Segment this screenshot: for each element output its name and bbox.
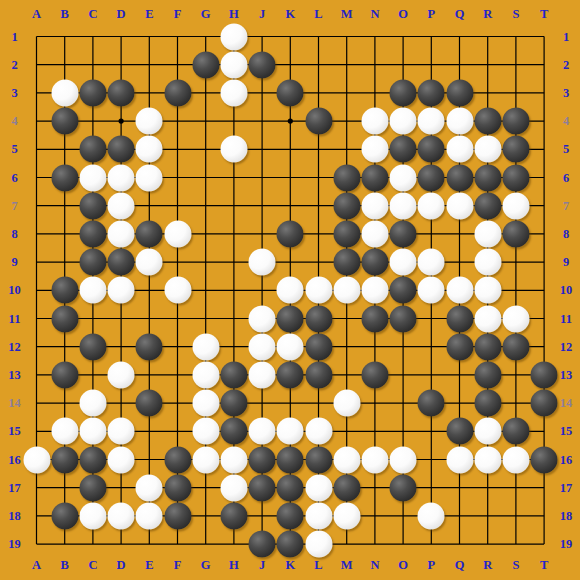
coordinate-label: 6 — [11, 171, 17, 184]
stone-black — [502, 108, 529, 135]
coordinate-label: J — [259, 8, 265, 21]
coordinate-label: O — [398, 8, 408, 21]
stone-white — [108, 361, 135, 388]
stone-black — [474, 333, 501, 360]
stone-white — [249, 361, 276, 388]
stone-black — [305, 361, 332, 388]
stone-white — [51, 418, 78, 445]
stone-black — [361, 361, 388, 388]
coordinate-label: S — [512, 8, 519, 21]
stone-white — [361, 220, 388, 247]
stone-black — [502, 136, 529, 163]
coordinate-label: 13 — [8, 369, 21, 382]
stone-black — [79, 474, 106, 501]
coordinate-label: 17 — [8, 481, 21, 494]
stone-black — [446, 418, 473, 445]
stone-black — [418, 390, 445, 417]
coordinate-label: 12 — [560, 340, 573, 353]
stone-white — [502, 305, 529, 332]
coordinate-label: 1 — [563, 30, 569, 43]
stone-white — [108, 277, 135, 304]
stone-black — [390, 220, 417, 247]
coordinate-label: F — [174, 8, 182, 21]
stone-black — [164, 446, 191, 473]
stone-black — [108, 249, 135, 276]
stone-white — [249, 249, 276, 276]
stone-black — [531, 446, 558, 473]
coordinate-label: M — [341, 559, 353, 572]
stone-white — [446, 192, 473, 219]
stone-black — [79, 333, 106, 360]
stone-white — [361, 446, 388, 473]
stone-white — [305, 418, 332, 445]
stone-black — [164, 502, 191, 529]
stone-black — [390, 136, 417, 163]
coordinate-label: 16 — [560, 453, 573, 466]
stone-white — [220, 446, 247, 473]
coordinate-label: 4 — [11, 115, 17, 128]
stone-black — [502, 220, 529, 247]
stone-black — [277, 502, 304, 529]
stone-white — [249, 305, 276, 332]
stone-white — [192, 333, 219, 360]
coordinate-label: 5 — [11, 143, 17, 156]
stone-white — [502, 446, 529, 473]
stone-white — [249, 418, 276, 445]
stone-black — [446, 79, 473, 106]
stone-white — [502, 192, 529, 219]
stone-white — [79, 502, 106, 529]
coordinate-label: F — [174, 559, 182, 572]
stone-white — [220, 474, 247, 501]
coordinate-label: 12 — [8, 340, 21, 353]
coordinate-label: 10 — [8, 284, 21, 297]
stone-black — [305, 333, 332, 360]
coordinate-label: H — [229, 8, 239, 21]
stone-white — [333, 502, 360, 529]
stone-white — [136, 108, 163, 135]
stone-black — [220, 502, 247, 529]
stone-black — [474, 361, 501, 388]
coordinate-label: Q — [455, 559, 465, 572]
coordinate-label: 17 — [560, 481, 573, 494]
stone-black — [79, 220, 106, 247]
stone-black — [446, 164, 473, 191]
coordinate-label: 18 — [8, 510, 21, 523]
coordinate-label: O — [398, 559, 408, 572]
coordinate-label: 13 — [560, 369, 573, 382]
stone-black — [249, 531, 276, 558]
coordinate-label: 9 — [11, 256, 17, 269]
stone-black — [390, 474, 417, 501]
coordinate-label: 10 — [560, 284, 573, 297]
coordinate-label: 11 — [9, 312, 21, 325]
stone-black — [361, 305, 388, 332]
coordinate-label: G — [201, 559, 211, 572]
coordinate-label: D — [117, 8, 126, 21]
stone-black — [79, 446, 106, 473]
stone-black — [277, 446, 304, 473]
stone-white — [108, 446, 135, 473]
coordinate-label: 19 — [560, 538, 573, 551]
stone-black — [249, 51, 276, 78]
stone-black — [474, 108, 501, 135]
stone-white — [418, 192, 445, 219]
coordinate-label: 14 — [8, 397, 21, 410]
stone-white — [474, 277, 501, 304]
stone-white — [136, 474, 163, 501]
coordinate-label: T — [540, 8, 548, 21]
stone-white — [390, 249, 417, 276]
coordinate-label: T — [540, 559, 548, 572]
coordinate-label: A — [32, 8, 41, 21]
stone-black — [502, 164, 529, 191]
stone-white — [79, 418, 106, 445]
coordinate-label: 7 — [563, 199, 569, 212]
stone-white — [390, 108, 417, 135]
stone-white — [249, 333, 276, 360]
stone-white — [192, 361, 219, 388]
coordinate-label: 9 — [563, 256, 569, 269]
coordinate-label: 6 — [563, 171, 569, 184]
stone-white — [390, 446, 417, 473]
stone-white — [164, 220, 191, 247]
stone-black — [390, 79, 417, 106]
stone-white — [418, 277, 445, 304]
stone-black — [277, 361, 304, 388]
stone-white — [305, 474, 332, 501]
stone-black — [333, 249, 360, 276]
stone-black — [51, 164, 78, 191]
stone-black — [249, 446, 276, 473]
stone-white — [361, 277, 388, 304]
coordinate-label: K — [285, 8, 295, 21]
coordinate-label: 16 — [8, 453, 21, 466]
stone-white — [79, 390, 106, 417]
stone-black — [220, 418, 247, 445]
stone-white — [277, 277, 304, 304]
stone-white — [192, 418, 219, 445]
stone-black — [51, 446, 78, 473]
stone-black — [51, 277, 78, 304]
stone-white — [220, 79, 247, 106]
stone-white — [474, 136, 501, 163]
stone-black — [502, 418, 529, 445]
stone-white — [446, 446, 473, 473]
stone-white — [390, 192, 417, 219]
stone-black — [136, 220, 163, 247]
stone-black — [305, 108, 332, 135]
stone-white — [192, 446, 219, 473]
coordinate-label: R — [483, 8, 492, 21]
stone-white — [108, 164, 135, 191]
stone-black — [79, 192, 106, 219]
coordinate-label: B — [61, 559, 69, 572]
coordinate-label: G — [201, 8, 211, 21]
coordinate-label: R — [483, 559, 492, 572]
stone-black — [333, 474, 360, 501]
stone-black — [220, 361, 247, 388]
stone-black — [51, 108, 78, 135]
coordinate-label: L — [314, 559, 322, 572]
stone-black — [474, 192, 501, 219]
stone-black — [333, 164, 360, 191]
coordinate-label: 11 — [560, 312, 572, 325]
stone-black — [79, 79, 106, 106]
stone-black — [79, 136, 106, 163]
coordinate-label: 18 — [560, 510, 573, 523]
stone-black — [136, 333, 163, 360]
stone-black — [277, 79, 304, 106]
stone-black — [446, 305, 473, 332]
coordinate-label: P — [427, 8, 435, 21]
stone-white — [23, 446, 50, 473]
stone-white — [164, 277, 191, 304]
coordinate-label: 19 — [8, 538, 21, 551]
coordinate-label: B — [61, 8, 69, 21]
stone-black — [249, 474, 276, 501]
coordinate-label: D — [117, 559, 126, 572]
stone-black — [474, 164, 501, 191]
stone-black — [474, 390, 501, 417]
stone-black — [277, 474, 304, 501]
stone-black — [136, 390, 163, 417]
coordinate-label: 4 — [563, 115, 569, 128]
coordinate-label: S — [512, 559, 519, 572]
coordinate-label: N — [370, 559, 379, 572]
stone-white — [108, 502, 135, 529]
coordinate-label: 15 — [560, 425, 573, 438]
stone-white — [136, 502, 163, 529]
coordinate-label: 2 — [11, 58, 17, 71]
coordinate-label: 3 — [563, 87, 569, 100]
stone-white — [474, 249, 501, 276]
stone-white — [277, 418, 304, 445]
coordinate-label: 7 — [11, 199, 17, 212]
stone-white — [108, 418, 135, 445]
stone-white — [136, 136, 163, 163]
stone-white — [333, 277, 360, 304]
stone-black — [531, 361, 558, 388]
coordinate-label: 15 — [8, 425, 21, 438]
stone-white — [446, 108, 473, 135]
stone-white — [305, 531, 332, 558]
stone-white — [361, 192, 388, 219]
coordinate-label: J — [259, 559, 265, 572]
stone-white — [79, 164, 106, 191]
stone-black — [305, 305, 332, 332]
stone-black — [418, 136, 445, 163]
stone-white — [333, 390, 360, 417]
stone-black — [277, 220, 304, 247]
stone-white — [220, 51, 247, 78]
stone-black — [305, 446, 332, 473]
coordinate-label: K — [285, 559, 295, 572]
stone-white — [361, 108, 388, 135]
coordinate-label: P — [427, 559, 435, 572]
stone-black — [108, 136, 135, 163]
stone-white — [474, 220, 501, 247]
stone-black — [502, 333, 529, 360]
stone-white — [108, 192, 135, 219]
stone-white — [108, 220, 135, 247]
stone-black — [277, 531, 304, 558]
stone-white — [333, 446, 360, 473]
stone-black — [51, 305, 78, 332]
stone-white — [192, 390, 219, 417]
coordinate-label: 2 — [563, 58, 569, 71]
stone-white — [390, 164, 417, 191]
stone-black — [51, 502, 78, 529]
stone-black — [108, 79, 135, 106]
coordinate-label: 1 — [11, 30, 17, 43]
stone-white — [446, 277, 473, 304]
stone-black — [277, 305, 304, 332]
stone-white — [418, 249, 445, 276]
stone-white — [305, 277, 332, 304]
stone-white — [474, 305, 501, 332]
coordinate-label: 5 — [563, 143, 569, 156]
stone-white — [361, 136, 388, 163]
stone-white — [418, 502, 445, 529]
go-board[interactable]: ABCDEFGHJKLMNOPQRST ABCDEFGHJKLMNOPQRST … — [0, 0, 580, 580]
coordinate-label: Q — [455, 8, 465, 21]
coordinate-label: 3 — [11, 87, 17, 100]
stone-black — [531, 390, 558, 417]
stone-black — [446, 333, 473, 360]
stone-black — [51, 361, 78, 388]
stone-white — [474, 418, 501, 445]
stone-black — [361, 249, 388, 276]
coordinate-label: N — [370, 8, 379, 21]
coordinate-label: E — [145, 8, 153, 21]
star-point — [288, 119, 293, 124]
stone-white — [51, 79, 78, 106]
stone-black — [333, 192, 360, 219]
stone-black — [79, 249, 106, 276]
stone-white — [446, 136, 473, 163]
stone-black — [390, 305, 417, 332]
stone-black — [192, 51, 219, 78]
stone-white — [136, 164, 163, 191]
stone-black — [418, 79, 445, 106]
stone-black — [333, 220, 360, 247]
stone-white — [220, 23, 247, 50]
coordinate-label: A — [32, 559, 41, 572]
coordinate-label: L — [314, 8, 322, 21]
coordinate-label: C — [88, 559, 97, 572]
stone-white — [136, 249, 163, 276]
coordinate-label: H — [229, 559, 239, 572]
stone-black — [361, 164, 388, 191]
coordinate-label: M — [341, 8, 353, 21]
stone-white — [220, 136, 247, 163]
star-point — [119, 119, 124, 124]
stone-black — [164, 474, 191, 501]
coordinate-label: 8 — [563, 228, 569, 241]
stone-black — [220, 390, 247, 417]
stone-black — [418, 164, 445, 191]
coordinate-label: 14 — [560, 397, 573, 410]
stone-white — [418, 108, 445, 135]
stone-black — [164, 79, 191, 106]
coordinate-label: C — [88, 8, 97, 21]
stone-white — [277, 333, 304, 360]
coordinate-label: 8 — [11, 228, 17, 241]
stone-white — [474, 446, 501, 473]
coordinate-label: E — [145, 559, 153, 572]
stone-white — [79, 277, 106, 304]
stone-white — [305, 502, 332, 529]
stone-black — [390, 277, 417, 304]
